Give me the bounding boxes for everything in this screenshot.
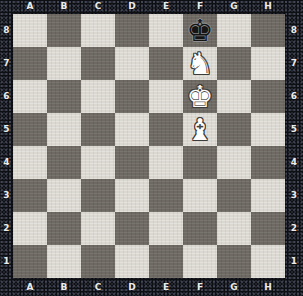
rank-label-right-2: 6	[285, 80, 303, 113]
square-c6[interactable]	[81, 80, 115, 113]
file-label-top-4: E	[149, 0, 183, 14]
square-a3[interactable]	[13, 179, 47, 212]
square-a1[interactable]	[13, 245, 47, 278]
file-label-top-7: H	[251, 0, 285, 14]
white-knight-piece: ♞	[183, 47, 217, 80]
file-label-bottom-3: D	[115, 278, 149, 296]
square-c8[interactable]	[81, 14, 115, 47]
square-d7[interactable]	[115, 47, 149, 80]
rank-labels-left: 87654321	[0, 14, 13, 278]
square-a7[interactable]	[13, 47, 47, 80]
rank-label-left-2: 6	[0, 80, 13, 113]
square-e6[interactable]	[149, 80, 183, 113]
square-g6[interactable]	[217, 80, 251, 113]
file-label-bottom-1: B	[47, 278, 81, 296]
square-h5[interactable]	[251, 113, 285, 146]
square-a5[interactable]	[13, 113, 47, 146]
square-g8[interactable]	[217, 14, 251, 47]
square-f5[interactable]: ♝	[183, 113, 217, 146]
square-f1[interactable]	[183, 245, 217, 278]
square-f3[interactable]	[183, 179, 217, 212]
square-a4[interactable]	[13, 146, 47, 179]
file-label-bottom-6: G	[217, 278, 251, 296]
white-bishop-piece: ♝	[183, 113, 217, 146]
square-g4[interactable]	[217, 146, 251, 179]
rank-label-right-4: 4	[285, 146, 303, 179]
square-b7[interactable]	[47, 47, 81, 80]
square-f8[interactable]: ♚	[183, 14, 217, 47]
square-h2[interactable]	[251, 212, 285, 245]
rank-labels-right: 87654321	[285, 14, 303, 278]
square-c1[interactable]	[81, 245, 115, 278]
file-label-bottom-5: F	[183, 278, 217, 296]
square-c7[interactable]	[81, 47, 115, 80]
square-g2[interactable]	[217, 212, 251, 245]
square-a2[interactable]	[13, 212, 47, 245]
file-label-top-5: F	[183, 0, 217, 14]
file-label-top-2: C	[81, 0, 115, 14]
square-a6[interactable]	[13, 80, 47, 113]
square-a8[interactable]	[13, 14, 47, 47]
square-f4[interactable]	[183, 146, 217, 179]
black-king-piece: ♚	[183, 14, 217, 47]
rank-label-right-1: 7	[285, 47, 303, 80]
file-label-top-6: G	[217, 0, 251, 14]
square-f6[interactable]: ♚	[183, 80, 217, 113]
file-labels-bottom: ABCDEFGH	[13, 278, 285, 296]
square-d8[interactable]	[115, 14, 149, 47]
square-e4[interactable]	[149, 146, 183, 179]
rank-label-left-7: 1	[0, 245, 13, 278]
square-d5[interactable]	[115, 113, 149, 146]
file-labels-top: ABCDEFGH	[13, 0, 285, 14]
white-king-piece: ♚	[183, 80, 217, 113]
chess-board-frame: ABCDEFGH 87654321 87654321 ♚♞♚♝ ABCDEFGH	[0, 0, 303, 296]
square-d3[interactable]	[115, 179, 149, 212]
square-e7[interactable]	[149, 47, 183, 80]
file-label-bottom-7: H	[251, 278, 285, 296]
rank-label-right-6: 2	[285, 212, 303, 245]
square-b1[interactable]	[47, 245, 81, 278]
square-e2[interactable]	[149, 212, 183, 245]
file-label-bottom-0: A	[13, 278, 47, 296]
square-c4[interactable]	[81, 146, 115, 179]
rank-label-left-5: 3	[0, 179, 13, 212]
square-g3[interactable]	[217, 179, 251, 212]
chess-board: ♚♞♚♝	[13, 14, 285, 278]
rank-label-right-0: 8	[285, 14, 303, 47]
file-label-top-0: A	[13, 0, 47, 14]
square-e8[interactable]	[149, 14, 183, 47]
square-b2[interactable]	[47, 212, 81, 245]
square-c3[interactable]	[81, 179, 115, 212]
square-h4[interactable]	[251, 146, 285, 179]
file-label-bottom-2: C	[81, 278, 115, 296]
square-d1[interactable]	[115, 245, 149, 278]
file-label-top-3: D	[115, 0, 149, 14]
square-h3[interactable]	[251, 179, 285, 212]
square-e3[interactable]	[149, 179, 183, 212]
rank-label-right-5: 3	[285, 179, 303, 212]
rank-label-left-4: 4	[0, 146, 13, 179]
square-b8[interactable]	[47, 14, 81, 47]
square-h7[interactable]	[251, 47, 285, 80]
square-d4[interactable]	[115, 146, 149, 179]
rank-label-right-7: 1	[285, 245, 303, 278]
file-label-top-1: B	[47, 0, 81, 14]
rank-label-left-1: 7	[0, 47, 13, 80]
square-e1[interactable]	[149, 245, 183, 278]
square-f2[interactable]	[183, 212, 217, 245]
rank-label-right-3: 5	[285, 113, 303, 146]
rank-label-left-6: 2	[0, 212, 13, 245]
square-e5[interactable]	[149, 113, 183, 146]
square-b3[interactable]	[47, 179, 81, 212]
square-b4[interactable]	[47, 146, 81, 179]
square-f7[interactable]: ♞	[183, 47, 217, 80]
square-g7[interactable]	[217, 47, 251, 80]
square-b6[interactable]	[47, 80, 81, 113]
square-d6[interactable]	[115, 80, 149, 113]
square-b5[interactable]	[47, 113, 81, 146]
square-h8[interactable]	[251, 14, 285, 47]
square-g1[interactable]	[217, 245, 251, 278]
file-label-bottom-4: E	[149, 278, 183, 296]
rank-label-left-0: 8	[0, 14, 13, 47]
square-c2[interactable]	[81, 212, 115, 245]
square-h1[interactable]	[251, 245, 285, 278]
square-c5[interactable]	[81, 113, 115, 146]
square-d2[interactable]	[115, 212, 149, 245]
square-g5[interactable]	[217, 113, 251, 146]
rank-label-left-3: 5	[0, 113, 13, 146]
square-h6[interactable]	[251, 80, 285, 113]
